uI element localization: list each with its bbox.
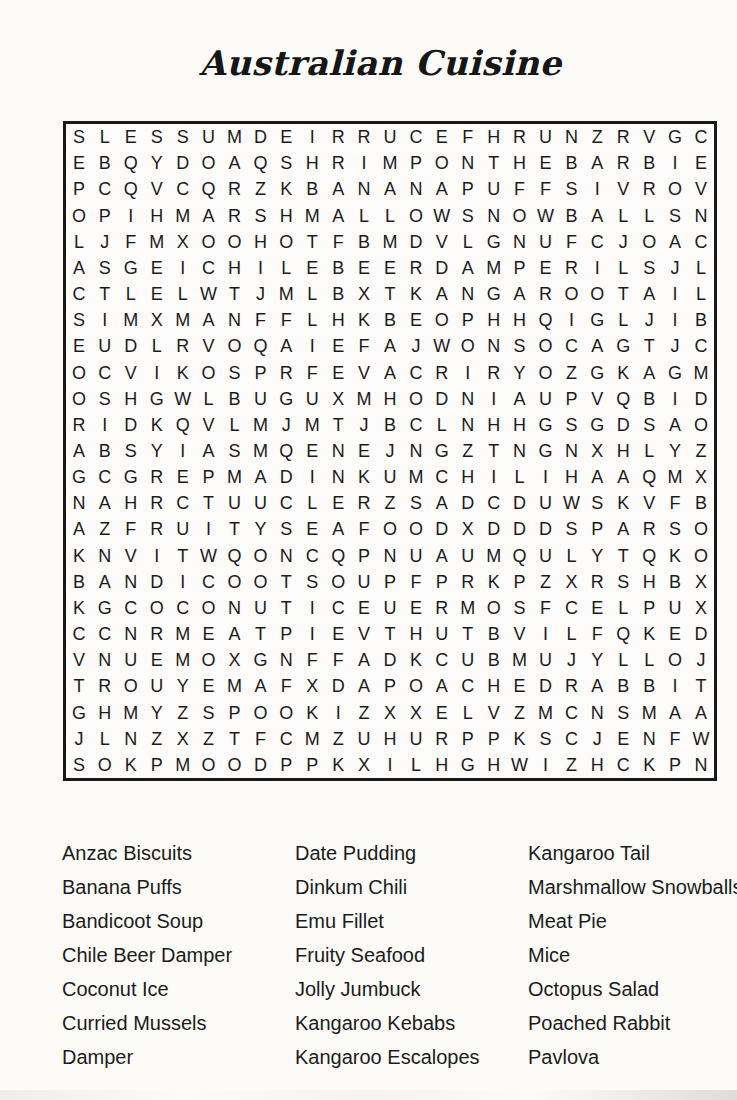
grid-cell[interactable]: D: [507, 516, 533, 542]
grid-cell[interactable]: N: [118, 569, 144, 595]
grid-cell[interactable]: N: [455, 150, 481, 176]
grid-cell[interactable]: U: [196, 124, 222, 150]
grid-cell[interactable]: U: [403, 726, 429, 752]
grid-cell[interactable]: N: [584, 700, 610, 726]
grid-cell[interactable]: C: [170, 595, 196, 621]
grid-cell[interactable]: A: [325, 176, 351, 202]
grid-cell[interactable]: S: [144, 124, 170, 150]
grid-cell[interactable]: J: [662, 333, 688, 359]
grid-cell[interactable]: J: [351, 412, 377, 438]
grid-cell[interactable]: O: [273, 229, 299, 255]
grid-cell[interactable]: A: [247, 673, 273, 699]
grid-cell[interactable]: M: [455, 595, 481, 621]
grid-cell[interactable]: D: [144, 569, 170, 595]
grid-cell[interactable]: E: [118, 124, 144, 150]
grid-cell[interactable]: G: [481, 229, 507, 255]
grid-cell[interactable]: U: [247, 595, 273, 621]
grid-cell[interactable]: V: [118, 359, 144, 385]
grid-cell[interactable]: Y: [507, 359, 533, 385]
grid-cell[interactable]: N: [118, 621, 144, 647]
grid-cell[interactable]: A: [92, 569, 118, 595]
grid-cell[interactable]: O: [222, 229, 248, 255]
grid-cell[interactable]: X: [558, 569, 584, 595]
grid-cell[interactable]: I: [584, 176, 610, 202]
grid-cell[interactable]: N: [455, 281, 481, 307]
grid-cell[interactable]: K: [636, 752, 662, 778]
grid-cell[interactable]: M: [377, 150, 403, 176]
grid-cell[interactable]: Z: [688, 438, 714, 464]
grid-cell[interactable]: U: [299, 386, 325, 412]
grid-cell[interactable]: J: [662, 255, 688, 281]
grid-cell[interactable]: Y: [584, 647, 610, 673]
grid-cell[interactable]: F: [558, 229, 584, 255]
grid-cell[interactable]: I: [170, 569, 196, 595]
grid-cell[interactable]: S: [170, 124, 196, 150]
grid-cell[interactable]: L: [688, 255, 714, 281]
grid-cell[interactable]: E: [325, 333, 351, 359]
grid-cell[interactable]: D: [429, 386, 455, 412]
grid-cell[interactable]: W: [533, 202, 559, 228]
grid-cell[interactable]: S: [273, 516, 299, 542]
grid-cell[interactable]: C: [118, 595, 144, 621]
grid-cell[interactable]: H: [481, 673, 507, 699]
grid-cell[interactable]: S: [636, 412, 662, 438]
grid-cell[interactable]: B: [377, 412, 403, 438]
grid-cell[interactable]: O: [403, 673, 429, 699]
grid-cell[interactable]: T: [92, 281, 118, 307]
grid-cell[interactable]: I: [584, 255, 610, 281]
grid-cell[interactable]: O: [222, 333, 248, 359]
word-item[interactable]: Poached Rabbit: [528, 1006, 737, 1040]
grid-cell[interactable]: A: [351, 673, 377, 699]
grid-cell[interactable]: L: [610, 255, 636, 281]
grid-cell[interactable]: T: [610, 281, 636, 307]
grid-cell[interactable]: W: [196, 543, 222, 569]
grid-cell[interactable]: U: [377, 464, 403, 490]
grid-cell[interactable]: D: [481, 516, 507, 542]
grid-cell[interactable]: R: [351, 490, 377, 516]
grid-cell[interactable]: H: [584, 752, 610, 778]
grid-cell[interactable]: M: [170, 307, 196, 333]
grid-cell[interactable]: E: [144, 281, 170, 307]
grid-cell[interactable]: Q: [507, 543, 533, 569]
grid-cell[interactable]: T: [170, 543, 196, 569]
grid-cell[interactable]: C: [403, 412, 429, 438]
grid-cell[interactable]: M: [403, 464, 429, 490]
grid-cell[interactable]: A: [662, 700, 688, 726]
grid-cell[interactable]: K: [610, 359, 636, 385]
grid-cell[interactable]: S: [273, 150, 299, 176]
grid-cell[interactable]: P: [222, 700, 248, 726]
grid-cell[interactable]: A: [584, 150, 610, 176]
grid-cell[interactable]: N: [118, 726, 144, 752]
grid-cell[interactable]: J: [610, 229, 636, 255]
grid-cell[interactable]: Y: [662, 438, 688, 464]
grid-cell[interactable]: Q: [222, 543, 248, 569]
grid-cell[interactable]: H: [118, 490, 144, 516]
grid-cell[interactable]: I: [170, 255, 196, 281]
grid-cell[interactable]: R: [170, 333, 196, 359]
grid-cell[interactable]: C: [273, 490, 299, 516]
grid-cell[interactable]: M: [170, 647, 196, 673]
grid-cell[interactable]: P: [196, 464, 222, 490]
grid-cell[interactable]: H: [455, 464, 481, 490]
grid-cell[interactable]: C: [688, 124, 714, 150]
grid-cell[interactable]: O: [662, 647, 688, 673]
grid-cell[interactable]: E: [299, 438, 325, 464]
grid-cell[interactable]: E: [196, 673, 222, 699]
grid-cell[interactable]: M: [170, 202, 196, 228]
grid-cell[interactable]: P: [299, 752, 325, 778]
grid-cell[interactable]: F: [118, 229, 144, 255]
grid-cell[interactable]: R: [66, 412, 92, 438]
grid-cell[interactable]: J: [377, 438, 403, 464]
grid-cell[interactable]: G: [144, 386, 170, 412]
grid-cell[interactable]: Q: [118, 150, 144, 176]
grid-cell[interactable]: N: [455, 412, 481, 438]
grid-cell[interactable]: L: [507, 464, 533, 490]
grid-cell[interactable]: R: [222, 176, 248, 202]
grid-cell[interactable]: O: [584, 281, 610, 307]
grid-cell[interactable]: A: [377, 333, 403, 359]
grid-cell[interactable]: A: [584, 673, 610, 699]
grid-cell[interactable]: C: [196, 569, 222, 595]
grid-cell[interactable]: C: [558, 700, 584, 726]
grid-cell[interactable]: S: [299, 569, 325, 595]
grid-cell[interactable]: I: [481, 464, 507, 490]
grid-cell[interactable]: Y: [170, 673, 196, 699]
grid-cell[interactable]: U: [170, 516, 196, 542]
grid-cell[interactable]: T: [636, 333, 662, 359]
grid-cell[interactable]: U: [247, 386, 273, 412]
grid-cell[interactable]: N: [222, 595, 248, 621]
grid-cell[interactable]: Z: [170, 700, 196, 726]
grid-cell[interactable]: G: [66, 700, 92, 726]
grid-cell[interactable]: E: [584, 595, 610, 621]
grid-cell[interactable]: O: [196, 229, 222, 255]
grid-cell[interactable]: A: [222, 621, 248, 647]
grid-cell[interactable]: S: [66, 124, 92, 150]
grid-cell[interactable]: K: [351, 307, 377, 333]
grid-cell[interactable]: C: [558, 333, 584, 359]
grid-cell[interactable]: A: [66, 255, 92, 281]
grid-cell[interactable]: V: [196, 333, 222, 359]
grid-cell[interactable]: C: [429, 647, 455, 673]
grid-cell[interactable]: C: [584, 229, 610, 255]
grid-cell[interactable]: F: [325, 229, 351, 255]
grid-cell[interactable]: P: [273, 752, 299, 778]
grid-cell[interactable]: O: [325, 569, 351, 595]
grid-cell[interactable]: C: [299, 543, 325, 569]
grid-cell[interactable]: N: [558, 124, 584, 150]
grid-cell[interactable]: E: [325, 621, 351, 647]
grid-cell[interactable]: H: [507, 150, 533, 176]
grid-cell[interactable]: S: [66, 752, 92, 778]
grid-cell[interactable]: E: [351, 255, 377, 281]
grid-cell[interactable]: J: [688, 647, 714, 673]
grid-cell[interactable]: R: [325, 150, 351, 176]
grid-cell[interactable]: X: [377, 700, 403, 726]
grid-cell[interactable]: F: [533, 176, 559, 202]
grid-cell[interactable]: J: [66, 726, 92, 752]
grid-cell[interactable]: L: [92, 124, 118, 150]
grid-cell[interactable]: P: [455, 726, 481, 752]
grid-cell[interactable]: O: [507, 202, 533, 228]
grid-cell[interactable]: A: [636, 281, 662, 307]
grid-cell[interactable]: I: [92, 307, 118, 333]
grid-cell[interactable]: M: [533, 700, 559, 726]
grid-cell[interactable]: R: [558, 673, 584, 699]
grid-cell[interactable]: S: [403, 490, 429, 516]
grid-cell[interactable]: B: [610, 673, 636, 699]
grid-cell[interactable]: Y: [144, 438, 170, 464]
word-item[interactable]: Meat Pie: [528, 904, 737, 938]
grid-cell[interactable]: M: [118, 700, 144, 726]
grid-cell[interactable]: L: [403, 752, 429, 778]
grid-cell[interactable]: Q: [247, 150, 273, 176]
grid-cell[interactable]: N: [636, 726, 662, 752]
grid-cell[interactable]: Z: [558, 359, 584, 385]
grid-cell[interactable]: B: [481, 621, 507, 647]
grid-cell[interactable]: I: [247, 255, 273, 281]
grid-cell[interactable]: H: [92, 700, 118, 726]
grid-cell[interactable]: C: [170, 490, 196, 516]
grid-cell[interactable]: S: [558, 516, 584, 542]
grid-cell[interactable]: D: [688, 386, 714, 412]
grid-cell[interactable]: N: [377, 543, 403, 569]
grid-cell[interactable]: N: [66, 490, 92, 516]
grid-cell[interactable]: S: [247, 202, 273, 228]
grid-cell[interactable]: W: [507, 752, 533, 778]
grid-cell[interactable]: V: [66, 647, 92, 673]
grid-cell[interactable]: D: [429, 255, 455, 281]
grid-cell[interactable]: O: [196, 647, 222, 673]
grid-cell[interactable]: B: [636, 150, 662, 176]
grid-cell[interactable]: U: [351, 569, 377, 595]
grid-cell[interactable]: N: [507, 229, 533, 255]
grid-cell[interactable]: H: [558, 464, 584, 490]
grid-cell[interactable]: O: [455, 333, 481, 359]
grid-cell[interactable]: U: [377, 124, 403, 150]
grid-cell[interactable]: J: [273, 412, 299, 438]
grid-cell[interactable]: Q: [610, 386, 636, 412]
grid-cell[interactable]: L: [377, 202, 403, 228]
grid-cell[interactable]: I: [144, 359, 170, 385]
grid-cell[interactable]: W: [170, 386, 196, 412]
grid-cell[interactable]: W: [429, 202, 455, 228]
grid-cell[interactable]: T: [377, 621, 403, 647]
grid-cell[interactable]: I: [662, 386, 688, 412]
grid-cell[interactable]: V: [196, 412, 222, 438]
grid-cell[interactable]: W: [558, 490, 584, 516]
grid-cell[interactable]: H: [481, 124, 507, 150]
grid-cell[interactable]: L: [610, 202, 636, 228]
grid-cell[interactable]: K: [299, 700, 325, 726]
grid-cell[interactable]: B: [92, 438, 118, 464]
grid-cell[interactable]: B: [377, 307, 403, 333]
grid-cell[interactable]: Q: [196, 176, 222, 202]
grid-cell[interactable]: S: [662, 516, 688, 542]
grid-cell[interactable]: O: [429, 150, 455, 176]
grid-cell[interactable]: A: [584, 202, 610, 228]
grid-cell[interactable]: H: [144, 202, 170, 228]
grid-cell[interactable]: W: [688, 726, 714, 752]
grid-cell[interactable]: C: [66, 621, 92, 647]
grid-cell[interactable]: M: [222, 673, 248, 699]
grid-cell[interactable]: F: [403, 569, 429, 595]
grid-cell[interactable]: C: [429, 464, 455, 490]
word-item[interactable]: Octopus Salad: [528, 972, 737, 1006]
grid-cell[interactable]: R: [636, 516, 662, 542]
grid-cell[interactable]: O: [247, 543, 273, 569]
grid-cell[interactable]: I: [196, 516, 222, 542]
grid-cell[interactable]: M: [222, 464, 248, 490]
grid-cell[interactable]: M: [351, 386, 377, 412]
grid-cell[interactable]: S: [610, 700, 636, 726]
grid-cell[interactable]: P: [429, 569, 455, 595]
grid-cell[interactable]: G: [662, 359, 688, 385]
grid-cell[interactable]: E: [429, 700, 455, 726]
grid-cell[interactable]: E: [533, 150, 559, 176]
grid-cell[interactable]: F: [299, 359, 325, 385]
grid-cell[interactable]: C: [403, 124, 429, 150]
grid-cell[interactable]: C: [688, 333, 714, 359]
grid-cell[interactable]: Z: [533, 569, 559, 595]
grid-cell[interactable]: K: [273, 176, 299, 202]
grid-cell[interactable]: O: [273, 700, 299, 726]
grid-cell[interactable]: N: [92, 647, 118, 673]
grid-cell[interactable]: P: [403, 150, 429, 176]
grid-cell[interactable]: G: [92, 595, 118, 621]
grid-cell[interactable]: H: [481, 307, 507, 333]
grid-cell[interactable]: Z: [325, 726, 351, 752]
grid-cell[interactable]: O: [222, 752, 248, 778]
grid-cell[interactable]: O: [377, 516, 403, 542]
grid-cell[interactable]: L: [299, 490, 325, 516]
grid-cell[interactable]: U: [92, 333, 118, 359]
grid-cell[interactable]: E: [325, 359, 351, 385]
grid-cell[interactable]: V: [429, 229, 455, 255]
grid-cell[interactable]: K: [636, 621, 662, 647]
grid-cell[interactable]: T: [273, 569, 299, 595]
grid-cell[interactable]: P: [507, 569, 533, 595]
grid-cell[interactable]: E: [66, 150, 92, 176]
grid-cell[interactable]: M: [170, 621, 196, 647]
grid-cell[interactable]: P: [273, 621, 299, 647]
grid-cell[interactable]: O: [688, 412, 714, 438]
grid-cell[interactable]: P: [507, 255, 533, 281]
grid-cell[interactable]: H: [325, 307, 351, 333]
grid-cell[interactable]: E: [144, 255, 170, 281]
grid-cell[interactable]: B: [558, 150, 584, 176]
grid-cell[interactable]: O: [533, 333, 559, 359]
grid-cell[interactable]: U: [222, 490, 248, 516]
grid-cell[interactable]: L: [273, 255, 299, 281]
grid-cell[interactable]: E: [196, 621, 222, 647]
grid-cell[interactable]: V: [351, 359, 377, 385]
word-item[interactable]: Chile Beer Damper: [62, 938, 232, 972]
grid-cell[interactable]: J: [584, 726, 610, 752]
grid-cell[interactable]: G: [584, 307, 610, 333]
word-item[interactable]: Anzac Biscuits: [62, 836, 232, 870]
grid-cell[interactable]: O: [533, 359, 559, 385]
grid-cell[interactable]: P: [636, 595, 662, 621]
grid-cell[interactable]: V: [118, 543, 144, 569]
grid-cell[interactable]: R: [429, 595, 455, 621]
grid-cell[interactable]: K: [507, 726, 533, 752]
grid-cell[interactable]: S: [92, 255, 118, 281]
grid-cell[interactable]: B: [662, 569, 688, 595]
grid-cell[interactable]: H: [610, 438, 636, 464]
grid-cell[interactable]: U: [662, 595, 688, 621]
grid-cell[interactable]: E: [170, 464, 196, 490]
grid-cell[interactable]: D: [118, 333, 144, 359]
word-item[interactable]: Marshmallow Snowballs: [528, 870, 737, 904]
grid-cell[interactable]: H: [247, 229, 273, 255]
grid-cell[interactable]: U: [533, 124, 559, 150]
grid-cell[interactable]: A: [507, 281, 533, 307]
grid-cell[interactable]: A: [455, 255, 481, 281]
grid-cell[interactable]: L: [636, 647, 662, 673]
grid-cell[interactable]: H: [481, 412, 507, 438]
grid-cell[interactable]: C: [66, 281, 92, 307]
grid-cell[interactable]: X: [688, 464, 714, 490]
grid-cell[interactable]: Q: [610, 621, 636, 647]
grid-cell[interactable]: N: [481, 333, 507, 359]
grid-cell[interactable]: E: [533, 255, 559, 281]
grid-cell[interactable]: A: [222, 150, 248, 176]
grid-cell[interactable]: V: [610, 176, 636, 202]
grid-cell[interactable]: L: [636, 202, 662, 228]
grid-cell[interactable]: I: [170, 438, 196, 464]
grid-cell[interactable]: C: [325, 595, 351, 621]
grid-cell[interactable]: B: [558, 202, 584, 228]
grid-cell[interactable]: U: [118, 647, 144, 673]
grid-cell[interactable]: S: [222, 359, 248, 385]
grid-cell[interactable]: P: [351, 543, 377, 569]
grid-cell[interactable]: O: [481, 595, 507, 621]
grid-cell[interactable]: C: [610, 752, 636, 778]
grid-cell[interactable]: C: [92, 176, 118, 202]
grid-cell[interactable]: S: [533, 726, 559, 752]
grid-cell[interactable]: T: [222, 726, 248, 752]
grid-cell[interactable]: J: [92, 229, 118, 255]
grid-cell[interactable]: X: [222, 647, 248, 673]
grid-cell[interactable]: O: [222, 569, 248, 595]
grid-cell[interactable]: X: [403, 700, 429, 726]
grid-cell[interactable]: C: [558, 595, 584, 621]
grid-cell[interactable]: T: [196, 490, 222, 516]
grid-cell[interactable]: P: [92, 202, 118, 228]
grid-cell[interactable]: D: [377, 647, 403, 673]
grid-cell[interactable]: O: [662, 176, 688, 202]
grid-cell[interactable]: L: [299, 281, 325, 307]
grid-cell[interactable]: K: [170, 359, 196, 385]
grid-cell[interactable]: A: [247, 464, 273, 490]
grid-cell[interactable]: D: [247, 124, 273, 150]
grid-cell[interactable]: F: [351, 516, 377, 542]
grid-cell[interactable]: A: [196, 438, 222, 464]
grid-cell[interactable]: S: [662, 202, 688, 228]
grid-cell[interactable]: A: [429, 490, 455, 516]
grid-cell[interactable]: P: [584, 516, 610, 542]
grid-cell[interactable]: V: [584, 386, 610, 412]
grid-cell[interactable]: F: [533, 595, 559, 621]
grid-cell[interactable]: M: [377, 229, 403, 255]
grid-cell[interactable]: B: [688, 490, 714, 516]
word-item[interactable]: Kangaroo Escalopes: [295, 1040, 480, 1074]
grid-cell[interactable]: O: [403, 386, 429, 412]
